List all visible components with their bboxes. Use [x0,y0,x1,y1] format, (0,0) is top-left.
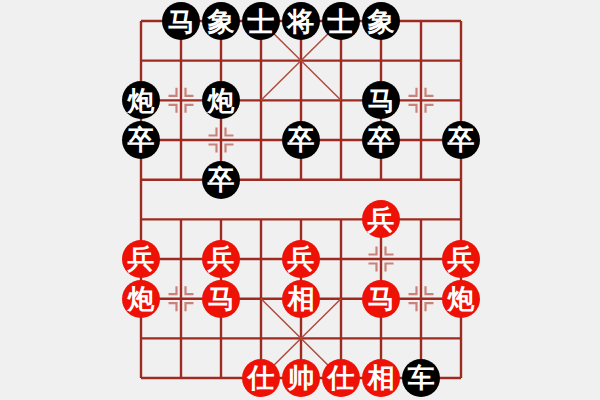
piece-red-pawn[interactable]: 兵 [202,240,240,278]
piece-black-pawn[interactable]: 卒 [202,161,240,199]
piece-black-advisor[interactable]: 士 [322,2,360,40]
piece-red-king[interactable]: 帅 [282,359,320,397]
pieces-layer: 马象士将士象炮炮马卒卒卒卒卒车兵兵兵兵兵炮马相马炮仕帅仕相 [121,1,481,398]
piece-red-advisor[interactable]: 仕 [242,359,280,397]
piece-black-elephant[interactable]: 象 [202,2,240,40]
piece-black-advisor[interactable]: 士 [242,2,280,40]
piece-red-elephant[interactable]: 相 [282,280,320,318]
piece-black-cannon[interactable]: 炮 [202,81,240,119]
piece-black-pawn[interactable]: 卒 [362,121,400,159]
piece-black-pawn[interactable]: 卒 [282,121,320,159]
piece-red-cannon[interactable]: 炮 [442,280,480,318]
piece-red-pawn[interactable]: 兵 [362,200,400,238]
piece-red-elephant[interactable]: 相 [362,359,400,397]
piece-black-pawn[interactable]: 卒 [122,121,160,159]
piece-red-cannon[interactable]: 炮 [122,280,160,318]
piece-black-horse[interactable]: 马 [162,2,200,40]
piece-red-pawn[interactable]: 兵 [282,240,320,278]
piece-black-chariot[interactable]: 车 [402,359,440,397]
piece-black-cannon[interactable]: 炮 [122,81,160,119]
piece-black-elephant[interactable]: 象 [362,2,400,40]
piece-black-pawn[interactable]: 卒 [442,121,480,159]
piece-red-horse[interactable]: 马 [362,280,400,318]
piece-red-advisor[interactable]: 仕 [322,359,360,397]
piece-red-horse[interactable]: 马 [202,280,240,318]
piece-red-pawn[interactable]: 兵 [442,240,480,278]
xiangqi-board: 马象士将士象炮炮马卒卒卒卒卒车兵兵兵兵兵炮马相马炮仕帅仕相 [0,0,600,400]
piece-red-pawn[interactable]: 兵 [122,240,160,278]
piece-black-horse[interactable]: 马 [362,81,400,119]
piece-black-king[interactable]: 将 [282,2,320,40]
